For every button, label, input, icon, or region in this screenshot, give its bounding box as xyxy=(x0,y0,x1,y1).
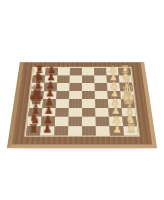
square-e8: ♚ xyxy=(29,99,43,108)
square-a8: ♜ xyxy=(33,68,46,75)
square-c7: ♟ xyxy=(44,83,57,91)
white-pawn: ♟ xyxy=(110,97,119,107)
square-h8: ♜ xyxy=(26,126,41,136)
square-b5 xyxy=(70,75,82,83)
square-e5 xyxy=(69,99,82,108)
square-a3 xyxy=(94,68,106,75)
square-h4 xyxy=(82,126,96,136)
square-e2: ♟ xyxy=(108,99,122,108)
black-rook: ♜ xyxy=(34,64,43,74)
square-g7: ♟ xyxy=(41,117,55,126)
square-d1: ♛ xyxy=(120,91,134,99)
square-h6 xyxy=(54,126,68,136)
white-bishop: ♝ xyxy=(123,103,135,116)
square-f8: ♝ xyxy=(28,108,42,117)
black-pawn: ♟ xyxy=(45,97,54,107)
square-b6 xyxy=(57,75,70,83)
board-grid: ♜♟♟♜♞♟♟♞♝♟♟♝♛♟♟♛♚♟♟♚♝♟♟♝♞♟♟♞♜♟♟♜ xyxy=(26,68,138,136)
chess-board: ♜♟♟♜♞♟♟♞♝♟♟♝♛♟♟♛♚♟♟♚♝♟♟♝♞♟♟♞♜♟♟♜ xyxy=(7,62,157,148)
square-f5 xyxy=(69,108,82,117)
square-d4 xyxy=(82,91,95,99)
square-c6 xyxy=(57,83,70,91)
black-bishop: ♝ xyxy=(29,103,41,116)
black-king: ♚ xyxy=(29,91,44,107)
square-b1: ♞ xyxy=(119,75,132,83)
square-c3 xyxy=(94,83,107,91)
black-pawn: ♟ xyxy=(47,65,55,74)
square-d8: ♛ xyxy=(30,91,44,99)
white-pawn: ♟ xyxy=(110,89,119,99)
square-h7: ♟ xyxy=(40,126,55,136)
square-g3 xyxy=(95,117,109,126)
square-a6 xyxy=(57,68,69,75)
black-pawn: ♟ xyxy=(45,89,54,99)
white-rook: ♜ xyxy=(120,64,129,74)
square-b3 xyxy=(94,75,107,83)
square-d7: ♟ xyxy=(43,91,56,99)
white-pawn: ♟ xyxy=(111,106,120,116)
square-h1: ♜ xyxy=(123,126,138,136)
square-d6 xyxy=(56,91,69,99)
square-b8: ♞ xyxy=(32,75,45,83)
square-a2: ♟ xyxy=(106,68,119,75)
square-f7: ♟ xyxy=(42,108,56,117)
square-e7: ♟ xyxy=(42,99,56,108)
square-c5 xyxy=(69,83,82,91)
square-b4 xyxy=(82,75,94,83)
square-g8: ♞ xyxy=(27,117,42,126)
square-f4 xyxy=(82,108,95,117)
black-pawn: ♟ xyxy=(46,80,55,90)
square-g1: ♞ xyxy=(122,117,137,126)
square-f1: ♝ xyxy=(122,108,136,117)
square-e1: ♚ xyxy=(121,99,135,108)
square-e6 xyxy=(56,99,69,108)
square-c1: ♝ xyxy=(119,83,132,91)
product-photo[interactable]: ♜♟♟♜♞♟♟♞♝♟♟♝♛♟♟♛♚♟♟♚♝♟♟♝♞♟♟♞♜♟♟♜ xyxy=(0,0,164,200)
square-b7: ♟ xyxy=(45,75,58,83)
square-c4 xyxy=(82,83,95,91)
white-king: ♚ xyxy=(121,91,136,107)
square-d3 xyxy=(95,91,108,99)
square-h2: ♟ xyxy=(109,126,124,136)
white-pawn: ♟ xyxy=(109,80,118,90)
square-d5 xyxy=(69,91,82,99)
square-g4 xyxy=(82,117,96,126)
white-pawn: ♟ xyxy=(108,65,116,74)
square-a5 xyxy=(70,68,82,75)
white-pawn: ♟ xyxy=(112,115,121,126)
square-f2: ♟ xyxy=(108,108,122,117)
square-f6 xyxy=(55,108,69,117)
square-e4 xyxy=(82,99,95,108)
square-g2: ♟ xyxy=(109,117,123,126)
square-c8: ♝ xyxy=(31,83,44,91)
square-c2: ♟ xyxy=(107,83,120,91)
square-g6 xyxy=(55,117,69,126)
square-g5 xyxy=(68,117,82,126)
square-d2: ♟ xyxy=(107,91,120,99)
square-b2: ♟ xyxy=(107,75,120,83)
square-a1: ♜ xyxy=(118,68,131,75)
square-h3 xyxy=(96,126,110,136)
square-h5 xyxy=(68,126,82,136)
square-e3 xyxy=(95,99,108,108)
square-f3 xyxy=(95,108,109,117)
square-a7: ♟ xyxy=(45,68,58,75)
black-pawn: ♟ xyxy=(44,106,53,116)
square-a4 xyxy=(82,68,94,75)
black-pawn: ♟ xyxy=(43,115,52,126)
